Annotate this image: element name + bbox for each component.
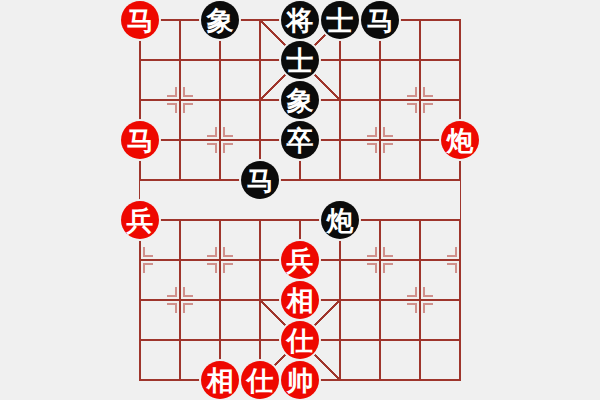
board-cell	[420, 300, 460, 340]
board-cell	[180, 140, 220, 180]
xiangqi-board: 马马炮兵兵相仕相仕帅象将士马士象卒马炮	[0, 0, 600, 400]
board-cell	[180, 300, 220, 340]
piece-red-general[interactable]: 帅	[281, 361, 319, 399]
board-cell	[140, 60, 180, 100]
board-cell	[180, 180, 220, 220]
board-cell	[140, 260, 180, 300]
piece-black-advisor[interactable]: 士	[321, 1, 359, 39]
piece-black-horse[interactable]: 马	[361, 1, 399, 39]
piece-red-elephant[interactable]: 相	[201, 361, 239, 399]
board-cell	[180, 260, 220, 300]
board-cell	[420, 260, 460, 300]
piece-red-horse[interactable]: 马	[121, 121, 159, 159]
piece-red-soldier[interactable]: 兵	[281, 241, 319, 279]
board-cell	[420, 20, 460, 60]
board-cell	[340, 300, 380, 340]
board-cell	[180, 220, 220, 260]
board-cell	[340, 340, 380, 380]
piece-red-horse[interactable]: 马	[121, 1, 159, 39]
piece-red-cannon[interactable]: 炮	[441, 121, 479, 159]
board-cell	[140, 300, 180, 340]
piece-red-elephant[interactable]: 相	[281, 281, 319, 319]
board-cell	[180, 100, 220, 140]
board-cell	[140, 340, 180, 380]
piece-black-cannon[interactable]: 炮	[321, 201, 359, 239]
piece-black-advisor[interactable]: 士	[281, 41, 319, 79]
board-cell	[420, 60, 460, 100]
board-cell	[340, 260, 380, 300]
piece-red-advisor[interactable]: 仕	[241, 361, 279, 399]
board-cell	[380, 100, 420, 140]
board-cell	[420, 340, 460, 380]
board-cell	[180, 60, 220, 100]
board-cell	[220, 100, 260, 140]
board-cell	[380, 140, 420, 180]
board-cell	[380, 220, 420, 260]
board-cell	[220, 300, 260, 340]
board-cell	[220, 60, 260, 100]
board-cell	[380, 180, 420, 220]
board-cell	[380, 340, 420, 380]
board-cell	[380, 60, 420, 100]
board-cell	[380, 300, 420, 340]
piece-black-elephant[interactable]: 象	[201, 1, 239, 39]
board-cell	[420, 180, 460, 220]
board-cell	[220, 260, 260, 300]
piece-red-advisor[interactable]: 仕	[281, 321, 319, 359]
board-cell	[340, 140, 380, 180]
piece-black-elephant[interactable]: 象	[281, 81, 319, 119]
board-cell	[420, 220, 460, 260]
board-cell	[340, 100, 380, 140]
piece-black-horse[interactable]: 马	[241, 161, 279, 199]
piece-black-soldier[interactable]: 卒	[281, 121, 319, 159]
board-cell	[220, 220, 260, 260]
piece-black-general[interactable]: 将	[281, 1, 319, 39]
board-cell	[340, 60, 380, 100]
board-cell	[380, 260, 420, 300]
piece-red-soldier[interactable]: 兵	[121, 201, 159, 239]
